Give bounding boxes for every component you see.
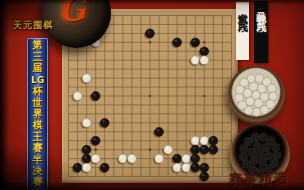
banner-char-lg: LG [31,75,44,85]
channel-logo-text: 天元围棋 [13,19,59,32]
banner-char: 赛 [33,143,43,153]
banner-char: 王 [33,132,43,142]
banner-char: 界 [33,109,43,119]
player-name-black: 马晓春 [254,4,268,7]
player-rank-white: 九段 [236,13,250,15]
banner-char: 杯 [33,86,43,96]
banner-char: 第 [33,40,43,50]
banner-char: 决 [33,166,43,176]
banner-char: 半 [33,155,43,165]
player-name-white: 俞斌 [236,5,250,7]
white-bowl-stones-svg [230,69,282,121]
white-stone-bowl [227,66,285,124]
banner-char: 赛 [33,177,43,187]
banner-char: 三 [33,52,43,62]
banner-char: 届 [33,63,43,73]
tv-frame: G 天元围棋 第 三 届 LG 杯 世 界 棋 王 赛 半 决 赛 俞斌 九段 … [0,0,304,190]
player-rank-black: 九段 [254,13,268,15]
channel-logo-g-icon: G [56,0,87,27]
player-plate-black: 马晓春 九段 [254,1,268,63]
player-plate-white: 俞斌 九段 [236,2,249,60]
banner-char: 世 [33,98,43,108]
banner-char: 棋 [33,120,43,130]
vignette-left [0,0,9,190]
caption-text: 赛事精选 [229,169,304,190]
event-banner: 第 三 届 LG 杯 世 界 棋 王 赛 半 决 赛 [27,38,48,190]
